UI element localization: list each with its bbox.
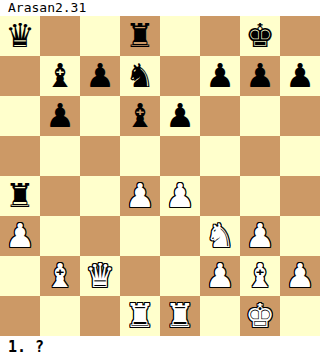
move-prompt: 1. ? — [0, 336, 320, 360]
square-h5[interactable] — [280, 136, 320, 176]
square-g5[interactable] — [240, 136, 280, 176]
square-c5[interactable] — [80, 136, 120, 176]
square-e3[interactable] — [160, 216, 200, 256]
piece-black-rook-icon[interactable]: ♜ — [5, 176, 35, 216]
square-c7[interactable]: ♟ — [80, 56, 120, 96]
piece-white-pawn-icon[interactable]: ♟ — [245, 216, 275, 256]
square-b2[interactable]: ♝ — [40, 256, 80, 296]
square-c8[interactable] — [80, 16, 120, 56]
square-c3[interactable] — [80, 216, 120, 256]
piece-black-king-icon[interactable]: ♚ — [245, 16, 275, 56]
square-b7[interactable]: ♝ — [40, 56, 80, 96]
piece-white-rook-icon[interactable]: ♜ — [165, 296, 195, 336]
square-g1[interactable]: ♚ — [240, 296, 280, 336]
square-d1[interactable]: ♜ — [120, 296, 160, 336]
square-c6[interactable] — [80, 96, 120, 136]
square-f5[interactable] — [200, 136, 240, 176]
square-f3[interactable]: ♞ — [200, 216, 240, 256]
square-d2[interactable] — [120, 256, 160, 296]
piece-white-pawn-icon[interactable]: ♟ — [5, 216, 35, 256]
piece-black-rook-icon[interactable]: ♜ — [125, 16, 155, 56]
square-a4[interactable]: ♜ — [0, 176, 40, 216]
square-e8[interactable] — [160, 16, 200, 56]
square-b6[interactable]: ♟ — [40, 96, 80, 136]
square-c2[interactable]: ♛ — [80, 256, 120, 296]
square-e1[interactable]: ♜ — [160, 296, 200, 336]
square-h2[interactable]: ♟ — [280, 256, 320, 296]
arasan-window: Arasan2.31 ♛♜♚♝♟♞♟♟♟♟♝♟♜♟♟♟♞♟♝♛♟♝♟♜♜♚ 1.… — [0, 0, 320, 360]
square-e4[interactable]: ♟ — [160, 176, 200, 216]
square-a7[interactable] — [0, 56, 40, 96]
piece-white-pawn-icon[interactable]: ♟ — [205, 256, 235, 296]
square-g2[interactable]: ♝ — [240, 256, 280, 296]
piece-white-rook-icon[interactable]: ♜ — [125, 296, 155, 336]
square-d8[interactable]: ♜ — [120, 16, 160, 56]
square-b5[interactable] — [40, 136, 80, 176]
square-d5[interactable] — [120, 136, 160, 176]
square-b1[interactable] — [40, 296, 80, 336]
square-d4[interactable]: ♟ — [120, 176, 160, 216]
piece-white-bishop-icon[interactable]: ♝ — [245, 256, 275, 296]
piece-white-knight-icon[interactable]: ♞ — [205, 216, 235, 256]
square-g3[interactable]: ♟ — [240, 216, 280, 256]
piece-black-pawn-icon[interactable]: ♟ — [285, 56, 315, 96]
square-b8[interactable] — [40, 16, 80, 56]
piece-black-pawn-icon[interactable]: ♟ — [165, 96, 195, 136]
square-h6[interactable] — [280, 96, 320, 136]
square-e5[interactable] — [160, 136, 200, 176]
window-title: Arasan2.31 — [0, 0, 320, 16]
piece-black-bishop-icon[interactable]: ♝ — [45, 56, 75, 96]
square-c4[interactable] — [80, 176, 120, 216]
piece-white-bishop-icon[interactable]: ♝ — [45, 256, 75, 296]
square-d3[interactable] — [120, 216, 160, 256]
square-g4[interactable] — [240, 176, 280, 216]
piece-black-pawn-icon[interactable]: ♟ — [245, 56, 275, 96]
square-h7[interactable]: ♟ — [280, 56, 320, 96]
piece-white-queen-icon[interactable]: ♛ — [85, 256, 115, 296]
piece-black-pawn-icon[interactable]: ♟ — [85, 56, 115, 96]
square-f6[interactable] — [200, 96, 240, 136]
piece-white-pawn-icon[interactable]: ♟ — [165, 176, 195, 216]
square-e2[interactable] — [160, 256, 200, 296]
square-a3[interactable]: ♟ — [0, 216, 40, 256]
piece-black-pawn-icon[interactable]: ♟ — [205, 56, 235, 96]
square-a8[interactable]: ♛ — [0, 16, 40, 56]
piece-black-knight-icon[interactable]: ♞ — [125, 56, 155, 96]
square-a6[interactable] — [0, 96, 40, 136]
square-a2[interactable] — [0, 256, 40, 296]
square-f7[interactable]: ♟ — [200, 56, 240, 96]
square-a1[interactable] — [0, 296, 40, 336]
piece-black-queen-icon[interactable]: ♛ — [5, 16, 35, 56]
square-g8[interactable]: ♚ — [240, 16, 280, 56]
chess-board: ♛♜♚♝♟♞♟♟♟♟♝♟♜♟♟♟♞♟♝♛♟♝♟♜♜♚ — [0, 16, 320, 336]
square-e7[interactable] — [160, 56, 200, 96]
square-f2[interactable]: ♟ — [200, 256, 240, 296]
square-g7[interactable]: ♟ — [240, 56, 280, 96]
square-h8[interactable] — [280, 16, 320, 56]
square-f8[interactable] — [200, 16, 240, 56]
square-g6[interactable] — [240, 96, 280, 136]
piece-white-pawn-icon[interactable]: ♟ — [125, 176, 155, 216]
square-h4[interactable] — [280, 176, 320, 216]
square-f1[interactable] — [200, 296, 240, 336]
square-a5[interactable] — [0, 136, 40, 176]
square-f4[interactable] — [200, 176, 240, 216]
square-c1[interactable] — [80, 296, 120, 336]
piece-white-king-icon[interactable]: ♚ — [245, 296, 275, 336]
square-d6[interactable]: ♝ — [120, 96, 160, 136]
square-b4[interactable] — [40, 176, 80, 216]
square-h1[interactable] — [280, 296, 320, 336]
piece-white-pawn-icon[interactable]: ♟ — [285, 256, 315, 296]
square-d7[interactable]: ♞ — [120, 56, 160, 96]
square-e6[interactable]: ♟ — [160, 96, 200, 136]
square-b3[interactable] — [40, 216, 80, 256]
square-h3[interactable] — [280, 216, 320, 256]
piece-black-pawn-icon[interactable]: ♟ — [45, 96, 75, 136]
piece-black-bishop-icon[interactable]: ♝ — [125, 96, 155, 136]
